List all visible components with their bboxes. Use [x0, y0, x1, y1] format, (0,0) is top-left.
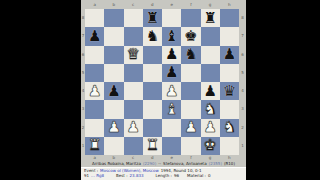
square-e7[interactable]: ♝: [162, 27, 181, 45]
square-a6[interactable]: [85, 46, 104, 64]
length-label: Length :: [156, 174, 172, 178]
square-e4[interactable]: ♟: [162, 82, 181, 100]
piece-black-bishop: ♝: [165, 29, 178, 44]
square-b4[interactable]: ♟: [104, 82, 123, 100]
rank-labels-right: 87654321: [239, 9, 246, 155]
white-player-name: Arribas Robaina, Maritza: [92, 162, 141, 166]
piece-white-knight: ♞: [203, 102, 216, 117]
square-b3[interactable]: [104, 100, 123, 118]
piece-black-pawn: ♟: [165, 65, 178, 80]
piece-white-pawn: ♟: [184, 120, 197, 135]
square-d4[interactable]: [143, 82, 162, 100]
square-d2[interactable]: [143, 119, 162, 137]
piece-white-pawn: ♟: [165, 84, 178, 99]
square-e8[interactable]: [162, 9, 181, 27]
square-a8[interactable]: [85, 9, 104, 27]
square-g8[interactable]: ♜: [201, 9, 220, 27]
piece-black-knight: ♞: [184, 47, 197, 62]
length-value: 96: [174, 174, 179, 178]
piece-black-queen: ♛: [223, 84, 236, 99]
square-a5[interactable]: [85, 64, 104, 82]
square-d7[interactable]: ♞: [143, 27, 162, 45]
rank-label-6: 6: [239, 46, 246, 64]
file-label-e: e: [162, 0, 181, 9]
piece-white-pawn: ♟: [88, 84, 101, 99]
piece-black-pawn: ♟: [203, 84, 216, 99]
piece-white-king: ♚: [203, 138, 216, 153]
piece-black-pawn: ♟: [223, 47, 236, 62]
square-c2[interactable]: ♟: [124, 119, 143, 137]
piece-white-pawn: ♟: [126, 120, 139, 135]
rank-label-3: 3: [239, 100, 246, 118]
square-h1[interactable]: [220, 137, 239, 155]
square-h6[interactable]: ♟: [220, 46, 239, 64]
square-c7[interactable]: [124, 27, 143, 45]
move-status-row: 91 ... Rg8 Best : 23.833 Length : 96 Mat…: [81, 173, 246, 178]
piece-white-bishop: ♝: [165, 102, 178, 117]
piece-white-rook: ♜: [146, 138, 159, 153]
piece-black-pawn: ♟: [165, 47, 178, 62]
rank-label-4: 4: [239, 82, 246, 100]
square-g2[interactable]: ♟: [201, 119, 220, 137]
square-f5[interactable]: [181, 64, 200, 82]
square-c1[interactable]: [124, 137, 143, 155]
chess-board: ♜♜♟♞♝♚♛♟♞♟♟♟♟♟♟♛♝♞♟♟♟♟♞♜♜♚: [85, 9, 239, 155]
square-b8[interactable]: [104, 9, 123, 27]
rank-label-8: 8: [239, 9, 246, 27]
black-player-rating: (2355): [209, 162, 222, 166]
square-f4[interactable]: [181, 82, 200, 100]
piece-black-king: ♚: [184, 29, 197, 44]
video-frame: abcdefgh 87654321 87654321 abcdefgh ♜♜♟♞…: [0, 0, 320, 180]
square-c5[interactable]: [124, 64, 143, 82]
piece-white-knight: ♞: [223, 120, 236, 135]
piece-black-rook: ♜: [146, 11, 159, 26]
rank-label-5: 5: [239, 64, 246, 82]
file-label-c: c: [124, 0, 143, 9]
chess-viewer-panel: abcdefgh 87654321 87654321 abcdefgh ♜♜♟♞…: [81, 0, 246, 180]
piece-white-pawn: ♟: [203, 120, 216, 135]
square-f7[interactable]: ♚: [181, 27, 200, 45]
square-b7[interactable]: [104, 27, 123, 45]
square-h7[interactable]: [220, 27, 239, 45]
piece-black-knight: ♞: [146, 29, 159, 44]
square-g6[interactable]: [201, 46, 220, 64]
material-label: Material :: [187, 174, 206, 178]
square-h3[interactable]: [220, 100, 239, 118]
square-f6[interactable]: ♞: [181, 46, 200, 64]
square-h4[interactable]: ♛: [220, 82, 239, 100]
square-h5[interactable]: [220, 64, 239, 82]
square-d8[interactable]: ♜: [143, 9, 162, 27]
square-c8[interactable]: [124, 9, 143, 27]
square-f3[interactable]: [181, 100, 200, 118]
square-g5[interactable]: [201, 64, 220, 82]
square-d3[interactable]: [143, 100, 162, 118]
current-move: ... Rg8: [91, 174, 104, 178]
material-value: 0: [208, 174, 211, 178]
square-d6[interactable]: [143, 46, 162, 64]
game-info-panel: Event : Moscow ol (Women), Moscow 1994, …: [81, 167, 246, 180]
square-a1[interactable]: ♜: [85, 137, 104, 155]
rank-label-7: 7: [239, 27, 246, 45]
square-a7[interactable]: ♟: [85, 27, 104, 45]
square-c3[interactable]: [124, 100, 143, 118]
file-labels-top: abcdefgh: [85, 0, 239, 9]
square-e5[interactable]: ♟: [162, 64, 181, 82]
square-g3[interactable]: ♞: [201, 100, 220, 118]
square-g1[interactable]: ♚: [201, 137, 220, 155]
square-a3[interactable]: [85, 100, 104, 118]
players-separator: --: [158, 162, 161, 166]
rank-label-2: 2: [239, 119, 246, 137]
black-player-name: Stefanova, Antoaneta: [163, 162, 207, 166]
square-g7[interactable]: [201, 27, 220, 45]
file-label-g: g: [201, 0, 220, 9]
square-d5[interactable]: [143, 64, 162, 82]
square-f8[interactable]: [181, 9, 200, 27]
square-h2[interactable]: ♞: [220, 119, 239, 137]
square-b2[interactable]: ♟: [104, 119, 123, 137]
round-tag: (R10): [224, 162, 235, 166]
square-g4[interactable]: ♟: [201, 82, 220, 100]
piece-black-pawn: ♟: [107, 84, 120, 99]
square-f2[interactable]: ♟: [181, 119, 200, 137]
move-number: 91: [84, 174, 89, 178]
square-e6[interactable]: ♟: [162, 46, 181, 64]
square-d1[interactable]: ♜: [143, 137, 162, 155]
file-label-a: a: [85, 0, 104, 9]
piece-white-queen: ♛: [126, 47, 139, 62]
piece-white-pawn: ♟: [107, 120, 120, 135]
white-player-rating: (2290): [143, 162, 156, 166]
square-e3[interactable]: ♝: [162, 100, 181, 118]
piece-black-rook: ♜: [203, 11, 216, 26]
square-f1[interactable]: [181, 137, 200, 155]
square-b5[interactable]: [104, 64, 123, 82]
piece-white-rook: ♜: [88, 138, 101, 153]
square-h8[interactable]: [220, 9, 239, 27]
rank-label-1: 1: [239, 137, 246, 155]
best-label: Best :: [116, 174, 127, 178]
square-c6[interactable]: ♛: [124, 46, 143, 64]
square-e1[interactable]: [162, 137, 181, 155]
file-label-f: f: [181, 0, 200, 9]
square-a4[interactable]: ♟: [85, 82, 104, 100]
piece-black-pawn: ♟: [88, 29, 101, 44]
square-b6[interactable]: [104, 46, 123, 64]
file-label-h: h: [220, 0, 239, 9]
square-b1[interactable]: [104, 137, 123, 155]
best-value: 23.833: [130, 174, 144, 178]
square-c4[interactable]: [124, 82, 143, 100]
file-label-d: d: [143, 0, 162, 9]
square-e2[interactable]: [162, 119, 181, 137]
file-label-b: b: [104, 0, 123, 9]
square-a2[interactable]: [85, 119, 104, 137]
